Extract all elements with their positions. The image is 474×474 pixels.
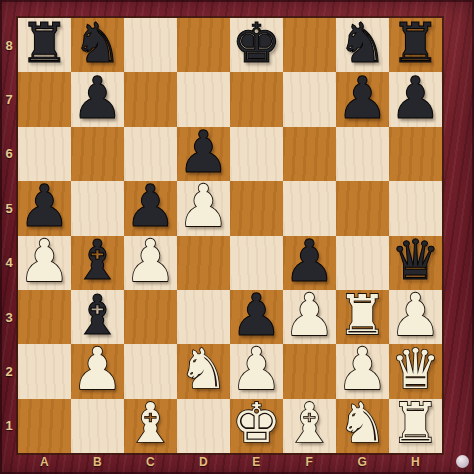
rank-label-2: 2 (0, 344, 18, 398)
piece-white-pawn[interactable]: ♟ (284, 286, 336, 344)
square-f3[interactable]: ♟ (283, 290, 336, 344)
square-a3[interactable] (18, 290, 71, 344)
piece-black-pawn[interactable]: ♟ (390, 69, 442, 127)
square-a7[interactable] (18, 72, 71, 126)
square-f1[interactable]: ♝ (283, 399, 336, 453)
piece-white-knight[interactable]: ♞ (338, 396, 387, 451)
square-g6[interactable] (336, 127, 389, 181)
piece-black-queen[interactable]: ♛ (391, 233, 440, 288)
piece-black-knight[interactable]: ♞ (338, 16, 387, 71)
piece-white-rook[interactable]: ♜ (338, 288, 387, 343)
piece-black-rook[interactable]: ♜ (391, 16, 440, 71)
file-coordinates: ABCDEFGH (18, 453, 442, 471)
piece-white-pawn[interactable]: ♟ (72, 340, 124, 398)
rank-coordinates: 87654321 (0, 18, 18, 453)
square-a1[interactable] (18, 399, 71, 453)
piece-black-pawn[interactable]: ♟ (72, 69, 124, 127)
piece-white-pawn[interactable]: ♟ (337, 340, 389, 398)
square-e7[interactable] (230, 72, 283, 126)
square-e1[interactable]: ♚ (230, 399, 283, 453)
square-d1[interactable] (177, 399, 230, 453)
rank-label-3: 3 (0, 290, 18, 344)
square-c7[interactable] (124, 72, 177, 126)
piece-black-rook[interactable]: ♜ (20, 16, 69, 71)
square-d5[interactable]: ♟ (177, 181, 230, 235)
square-h6[interactable] (389, 127, 442, 181)
square-d8[interactable] (177, 18, 230, 72)
file-label-g: G (336, 453, 389, 471)
square-e6[interactable] (230, 127, 283, 181)
square-c1[interactable]: ♝ (124, 399, 177, 453)
piece-white-pawn[interactable]: ♟ (19, 232, 71, 290)
rank-label-1: 1 (0, 399, 18, 453)
square-f8[interactable] (283, 18, 336, 72)
file-label-f: F (283, 453, 336, 471)
piece-black-king[interactable]: ♚ (232, 16, 281, 71)
file-label-d: D (177, 453, 230, 471)
chess-board: ♜♞♚♞♜♟♟♟♟♟♟♟♟♝♟♟♛♝♟♟♜♟♟♞♟♟♛♝♚♝♞♜ (18, 18, 442, 453)
piece-white-bishop[interactable]: ♝ (285, 396, 334, 451)
piece-white-bishop[interactable]: ♝ (126, 396, 175, 451)
square-d2[interactable]: ♞ (177, 344, 230, 398)
piece-black-knight[interactable]: ♞ (73, 16, 122, 71)
square-e5[interactable] (230, 181, 283, 235)
square-g7[interactable]: ♟ (336, 72, 389, 126)
square-h1[interactable]: ♜ (389, 399, 442, 453)
rank-label-5: 5 (0, 181, 18, 235)
square-g1[interactable]: ♞ (336, 399, 389, 453)
piece-white-pawn[interactable]: ♟ (178, 177, 230, 235)
square-a4[interactable]: ♟ (18, 236, 71, 290)
piece-black-bishop[interactable]: ♝ (73, 288, 122, 343)
square-e8[interactable]: ♚ (230, 18, 283, 72)
piece-white-queen[interactable]: ♛ (391, 342, 440, 397)
rank-label-8: 8 (0, 18, 18, 72)
rank-label-4: 4 (0, 236, 18, 290)
piece-white-king[interactable]: ♚ (232, 396, 281, 451)
piece-white-pawn[interactable]: ♟ (390, 286, 442, 344)
file-label-c: C (124, 453, 177, 471)
square-b1[interactable] (71, 399, 124, 453)
square-b6[interactable] (71, 127, 124, 181)
square-b2[interactable]: ♟ (71, 344, 124, 398)
piece-white-pawn[interactable]: ♟ (231, 340, 283, 398)
file-label-h: H (389, 453, 442, 471)
piece-white-pawn[interactable]: ♟ (125, 232, 177, 290)
square-a2[interactable] (18, 344, 71, 398)
file-label-e: E (230, 453, 283, 471)
corner-dot (456, 455, 469, 468)
square-f7[interactable] (283, 72, 336, 126)
square-a8[interactable]: ♜ (18, 18, 71, 72)
piece-black-pawn[interactable]: ♟ (337, 69, 389, 127)
square-c8[interactable] (124, 18, 177, 72)
square-b7[interactable]: ♟ (71, 72, 124, 126)
file-label-a: A (18, 453, 71, 471)
rank-label-6: 6 (0, 127, 18, 181)
square-d4[interactable] (177, 236, 230, 290)
file-label-b: B (71, 453, 124, 471)
square-h7[interactable]: ♟ (389, 72, 442, 126)
piece-white-knight[interactable]: ♞ (179, 342, 228, 397)
square-c4[interactable]: ♟ (124, 236, 177, 290)
square-g5[interactable] (336, 181, 389, 235)
chessboard-app: ♜♞♚♞♜♟♟♟♟♟♟♟♟♝♟♟♛♝♟♟♜♟♟♞♟♟♛♝♚♝♞♜ 8765432… (0, 0, 474, 474)
piece-white-rook[interactable]: ♜ (391, 396, 440, 451)
rank-label-7: 7 (0, 72, 18, 126)
square-f6[interactable] (283, 127, 336, 181)
piece-black-bishop[interactable]: ♝ (73, 233, 122, 288)
square-c3[interactable] (124, 290, 177, 344)
